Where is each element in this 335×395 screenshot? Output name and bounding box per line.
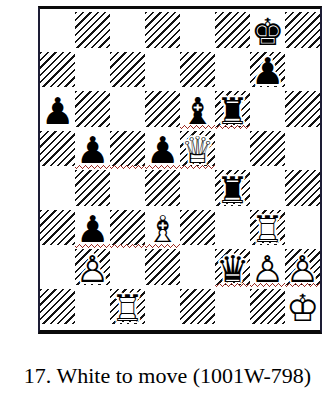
chess-board: ♚♚♟♟♟♟♝♝♜♜♟♟♟♟♛♕♜♜♟♟♝♗♜♖♟♙♛♛♟♙♟♙♜♖♚♔ bbox=[38, 6, 322, 334]
square-b7 bbox=[75, 51, 110, 91]
white-king-piece: ♚♔ bbox=[285, 288, 320, 328]
white-king-glyph: ♔ bbox=[285, 288, 320, 328]
square-e6: ♝♝ bbox=[180, 90, 215, 130]
square-d6 bbox=[145, 90, 180, 130]
square-c7 bbox=[110, 51, 145, 91]
square-d7 bbox=[145, 51, 180, 91]
square-b4 bbox=[75, 169, 110, 209]
spellcheck-squiggle bbox=[75, 165, 110, 169]
black-pawn-glyph: ♟ bbox=[250, 51, 285, 91]
white-pawn-piece: ♟♙ bbox=[250, 248, 285, 288]
square-c5 bbox=[110, 130, 145, 170]
white-pawn-piece: ♟♙ bbox=[75, 248, 110, 288]
spellcheck-squiggle bbox=[75, 244, 110, 248]
diagram-caption: 17. White to move (1001W-798) bbox=[0, 363, 335, 389]
square-h3 bbox=[285, 209, 320, 249]
square-e1 bbox=[180, 288, 215, 328]
white-queen-piece: ♛♕ bbox=[180, 130, 215, 170]
black-bishop-glyph: ♝ bbox=[180, 90, 215, 130]
square-h5 bbox=[285, 130, 320, 170]
white-rook-piece: ♜♖ bbox=[250, 209, 285, 249]
square-f7 bbox=[215, 51, 250, 91]
black-pawn-piece: ♟♟ bbox=[75, 209, 110, 249]
square-e2 bbox=[180, 248, 215, 288]
spellcheck-squiggle bbox=[180, 165, 215, 169]
square-a4 bbox=[40, 169, 75, 209]
black-rook-glyph: ♜ bbox=[215, 90, 250, 130]
spellcheck-squiggle bbox=[285, 283, 320, 287]
square-g7: ♟♟ bbox=[250, 51, 285, 91]
board-grid: ♚♚♟♟♟♟♝♝♜♜♟♟♟♟♛♕♜♜♟♟♝♗♜♖♟♙♛♛♟♙♟♙♜♖♚♔ bbox=[40, 11, 320, 327]
black-pawn-glyph: ♟ bbox=[40, 90, 75, 130]
square-c6 bbox=[110, 90, 145, 130]
square-c4 bbox=[110, 169, 145, 209]
square-g2: ♟♙ bbox=[250, 248, 285, 288]
square-g3: ♜♖ bbox=[250, 209, 285, 249]
square-g5 bbox=[250, 130, 285, 170]
black-rook-glyph: ♜ bbox=[215, 169, 250, 209]
square-a3 bbox=[40, 209, 75, 249]
square-g6 bbox=[250, 90, 285, 130]
black-queen-piece: ♛♛ bbox=[215, 248, 250, 288]
square-b1 bbox=[75, 288, 110, 328]
square-b2: ♟♙ bbox=[75, 248, 110, 288]
square-d1 bbox=[145, 288, 180, 328]
spellcheck-squiggle bbox=[110, 165, 145, 169]
square-e5: ♛♕ bbox=[180, 130, 215, 170]
square-b8 bbox=[75, 11, 110, 51]
square-c2 bbox=[110, 248, 145, 288]
square-c8 bbox=[110, 11, 145, 51]
square-h2: ♟♙ bbox=[285, 248, 320, 288]
square-c1: ♜♖ bbox=[110, 288, 145, 328]
square-d4 bbox=[145, 169, 180, 209]
spellcheck-squiggle bbox=[215, 283, 250, 287]
spellcheck-squiggle bbox=[110, 244, 145, 248]
square-f2: ♛♛ bbox=[215, 248, 250, 288]
white-queen-glyph: ♕ bbox=[180, 130, 215, 170]
square-d3: ♝♗ bbox=[145, 209, 180, 249]
white-bishop-piece: ♝♗ bbox=[145, 209, 180, 249]
black-king-glyph: ♚ bbox=[250, 11, 285, 51]
square-b3: ♟♟ bbox=[75, 209, 110, 249]
black-pawn-piece: ♟♟ bbox=[145, 130, 180, 170]
black-rook-piece: ♜♜ bbox=[215, 169, 250, 209]
square-f8 bbox=[215, 11, 250, 51]
square-a6: ♟♟ bbox=[40, 90, 75, 130]
square-f6: ♜♜ bbox=[215, 90, 250, 130]
square-f3 bbox=[215, 209, 250, 249]
black-king-piece: ♚♚ bbox=[250, 11, 285, 51]
white-pawn-glyph: ♙ bbox=[75, 248, 110, 288]
square-e8 bbox=[180, 11, 215, 51]
white-pawn-glyph: ♙ bbox=[250, 248, 285, 288]
square-g8: ♚♚ bbox=[250, 11, 285, 51]
square-h8 bbox=[285, 11, 320, 51]
black-pawn-glyph: ♟ bbox=[75, 209, 110, 249]
square-h6 bbox=[285, 90, 320, 130]
square-a1 bbox=[40, 288, 75, 328]
spellcheck-squiggle bbox=[180, 125, 215, 129]
square-e3 bbox=[180, 209, 215, 249]
white-pawn-glyph: ♙ bbox=[285, 248, 320, 288]
square-b5: ♟♟ bbox=[75, 130, 110, 170]
black-pawn-glyph: ♟ bbox=[75, 130, 110, 170]
black-queen-glyph: ♛ bbox=[215, 248, 250, 288]
square-f5 bbox=[215, 130, 250, 170]
white-pawn-piece: ♟♙ bbox=[285, 248, 320, 288]
square-d8 bbox=[145, 11, 180, 51]
black-pawn-piece: ♟♟ bbox=[250, 51, 285, 91]
square-e4 bbox=[180, 169, 215, 209]
spellcheck-squiggle bbox=[145, 244, 180, 248]
square-c3 bbox=[110, 209, 145, 249]
square-a5 bbox=[40, 130, 75, 170]
square-a8 bbox=[40, 11, 75, 51]
white-rook-glyph: ♖ bbox=[250, 209, 285, 249]
black-pawn-piece: ♟♟ bbox=[40, 90, 75, 130]
black-pawn-glyph: ♟ bbox=[145, 130, 180, 170]
square-d5: ♟♟ bbox=[145, 130, 180, 170]
square-f1 bbox=[215, 288, 250, 328]
white-rook-piece: ♜♖ bbox=[110, 288, 145, 328]
black-rook-piece: ♜♜ bbox=[215, 90, 250, 130]
square-f4: ♜♜ bbox=[215, 169, 250, 209]
square-a2 bbox=[40, 248, 75, 288]
square-h1: ♚♔ bbox=[285, 288, 320, 328]
spellcheck-squiggle bbox=[215, 125, 250, 129]
square-a7 bbox=[40, 51, 75, 91]
square-e7 bbox=[180, 51, 215, 91]
square-h4 bbox=[285, 169, 320, 209]
spellcheck-squiggle bbox=[250, 283, 285, 287]
white-rook-glyph: ♖ bbox=[110, 288, 145, 328]
square-b6 bbox=[75, 90, 110, 130]
square-g1 bbox=[250, 288, 285, 328]
black-pawn-piece: ♟♟ bbox=[75, 130, 110, 170]
square-h7 bbox=[285, 51, 320, 91]
black-bishop-piece: ♝♝ bbox=[180, 90, 215, 130]
square-g4 bbox=[250, 169, 285, 209]
white-bishop-glyph: ♗ bbox=[145, 209, 180, 249]
spellcheck-squiggle bbox=[145, 165, 180, 169]
square-d2 bbox=[145, 248, 180, 288]
